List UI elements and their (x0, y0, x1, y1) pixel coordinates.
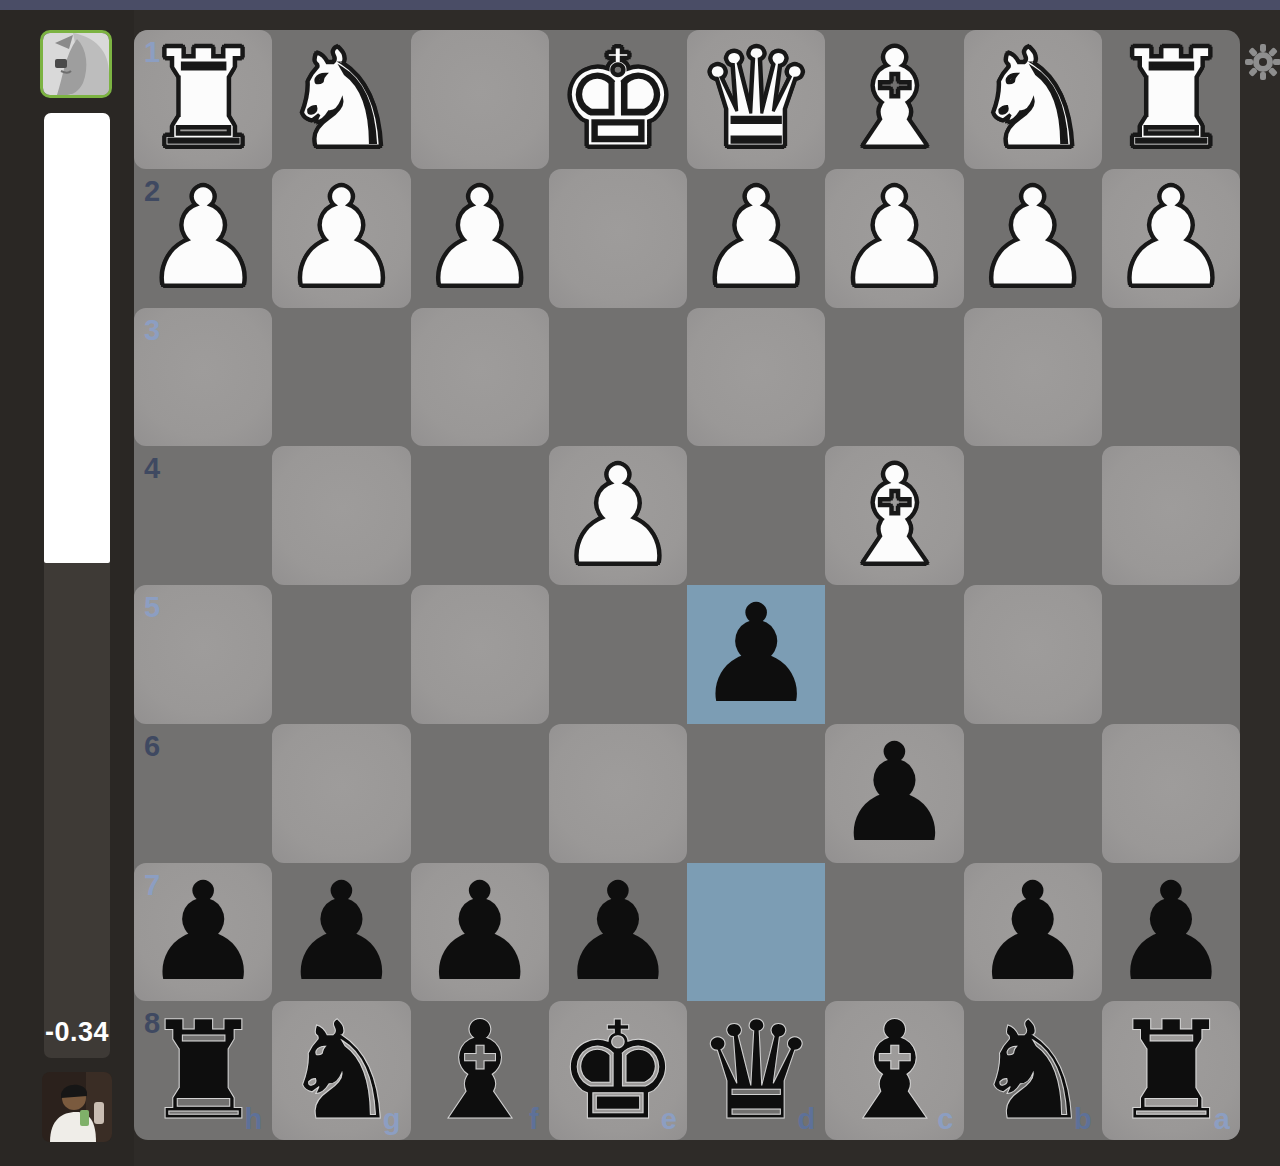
square-g4[interactable] (272, 446, 410, 585)
square-c6[interactable]: ♟ (825, 724, 963, 863)
square-b2[interactable]: ♟ (964, 169, 1102, 308)
square-d2[interactable]: ♟ (687, 169, 825, 308)
square-a4[interactable] (1102, 446, 1240, 585)
piece-black-pawn[interactable]: ♟ (825, 724, 963, 863)
evaluation-bar-white-fill (44, 113, 110, 563)
square-a8[interactable]: a♜ (1102, 1001, 1240, 1140)
piece-white-pawn[interactable]: ♟ (272, 169, 410, 308)
square-e2[interactable] (549, 169, 687, 308)
piece-white-pawn[interactable]: ♟ (687, 169, 825, 308)
square-d3[interactable] (687, 308, 825, 447)
square-d8[interactable]: d♛ (687, 1001, 825, 1140)
square-e4[interactable]: ♟ (549, 446, 687, 585)
square-f3[interactable] (411, 308, 549, 447)
square-e6[interactable] (549, 724, 687, 863)
square-h8[interactable]: 8h♜ (134, 1001, 272, 1140)
square-f4[interactable] (411, 446, 549, 585)
piece-white-bishop[interactable]: ♝ (825, 446, 963, 585)
square-f7[interactable]: ♟ (411, 863, 549, 1002)
chess-board: 1♜♞♚♛♝♞♜2♟♟♟♟♟♟♟34♟♝5♟6♟7♟♟♟♟♟♟8h♜g♞f♝e♚… (134, 30, 1240, 1140)
file-label-c: c (937, 1105, 953, 1134)
square-d7[interactable] (687, 863, 825, 1002)
sidebar: -0.34 (0, 10, 134, 1166)
rank-label-2: 2 (144, 177, 160, 206)
square-c8[interactable]: c♝ (825, 1001, 963, 1140)
square-g8[interactable]: g♞ (272, 1001, 410, 1140)
square-a5[interactable] (1102, 585, 1240, 724)
square-g5[interactable] (272, 585, 410, 724)
file-label-f: f (529, 1105, 539, 1134)
square-a2[interactable]: ♟ (1102, 169, 1240, 308)
square-h4[interactable]: 4 (134, 446, 272, 585)
square-e5[interactable] (549, 585, 687, 724)
piece-white-pawn[interactable]: ♟ (1102, 169, 1240, 308)
square-f2[interactable]: ♟ (411, 169, 549, 308)
square-f8[interactable]: f♝ (411, 1001, 549, 1140)
square-e7[interactable]: ♟ (549, 863, 687, 1002)
square-h3[interactable]: 3 (134, 308, 272, 447)
piece-white-pawn[interactable]: ♟ (825, 169, 963, 308)
square-a7[interactable]: ♟ (1102, 863, 1240, 1002)
square-b3[interactable] (964, 308, 1102, 447)
square-h2[interactable]: 2♟ (134, 169, 272, 308)
piece-black-pawn[interactable]: ♟ (549, 863, 687, 1002)
player-avatar[interactable] (42, 1072, 112, 1142)
square-d6[interactable] (687, 724, 825, 863)
square-b1[interactable]: ♞ (964, 30, 1102, 169)
square-e1[interactable]: ♚ (549, 30, 687, 169)
square-c4[interactable]: ♝ (825, 446, 963, 585)
rank-label-6: 6 (144, 732, 160, 761)
rank-label-8: 8 (144, 1009, 160, 1038)
rank-label-1: 1 (144, 38, 160, 67)
square-g3[interactable] (272, 308, 410, 447)
square-f6[interactable] (411, 724, 549, 863)
rank-label-3: 3 (144, 316, 160, 345)
square-a3[interactable] (1102, 308, 1240, 447)
square-h7[interactable]: 7♟ (134, 863, 272, 1002)
piece-black-bishop[interactable]: ♝ (411, 1001, 549, 1140)
square-b8[interactable]: b♞ (964, 1001, 1102, 1140)
piece-white-pawn[interactable]: ♟ (411, 169, 549, 308)
piece-black-pawn[interactable]: ♟ (272, 863, 410, 1002)
square-g1[interactable]: ♞ (272, 30, 410, 169)
square-c2[interactable]: ♟ (825, 169, 963, 308)
square-g7[interactable]: ♟ (272, 863, 410, 1002)
square-h6[interactable]: 6 (134, 724, 272, 863)
square-b7[interactable]: ♟ (964, 863, 1102, 1002)
square-f5[interactable] (411, 585, 549, 724)
square-d4[interactable] (687, 446, 825, 585)
color-selfie-avatar (42, 1072, 112, 1142)
evaluation-bar: -0.34 (44, 113, 110, 1058)
piece-white-bishop[interactable]: ♝ (825, 30, 963, 169)
piece-black-pawn[interactable]: ♟ (687, 585, 825, 724)
grayscale-portrait-avatar (43, 33, 109, 95)
square-g2[interactable]: ♟ (272, 169, 410, 308)
square-f1[interactable] (411, 30, 549, 169)
square-b4[interactable] (964, 446, 1102, 585)
file-label-h: h (245, 1105, 263, 1134)
file-label-e: e (661, 1105, 677, 1134)
piece-white-pawn[interactable]: ♟ (549, 446, 687, 585)
square-c1[interactable]: ♝ (825, 30, 963, 169)
square-d5[interactable]: ♟ (687, 585, 825, 724)
square-b6[interactable] (964, 724, 1102, 863)
square-g6[interactable] (272, 724, 410, 863)
rank-label-5: 5 (144, 593, 160, 622)
square-e8[interactable]: e♚ (549, 1001, 687, 1140)
file-label-a: a (1214, 1105, 1230, 1134)
square-a1[interactable]: ♜ (1102, 30, 1240, 169)
piece-white-knight[interactable]: ♞ (272, 30, 410, 169)
piece-black-pawn[interactable]: ♟ (1102, 863, 1240, 1002)
square-b5[interactable] (964, 585, 1102, 724)
square-h5[interactable]: 5 (134, 585, 272, 724)
piece-black-pawn[interactable]: ♟ (411, 863, 549, 1002)
piece-white-king[interactable]: ♚ (549, 30, 687, 169)
square-c3[interactable] (825, 308, 963, 447)
square-c7[interactable] (825, 863, 963, 1002)
piece-white-rook[interactable]: ♜ (1102, 30, 1240, 169)
file-label-b: b (1074, 1105, 1092, 1134)
square-c5[interactable] (825, 585, 963, 724)
piece-white-queen[interactable]: ♛ (687, 30, 825, 169)
piece-white-pawn[interactable]: ♟ (964, 169, 1102, 308)
file-label-g: g (383, 1105, 401, 1134)
opponent-avatar[interactable] (40, 30, 112, 98)
piece-black-pawn[interactable]: ♟ (964, 863, 1102, 1002)
square-d1[interactable]: ♛ (687, 30, 825, 169)
rank-label-7: 7 (144, 871, 160, 900)
piece-white-knight[interactable]: ♞ (964, 30, 1102, 169)
square-h1[interactable]: 1♜ (134, 30, 272, 169)
square-a6[interactable] (1102, 724, 1240, 863)
square-e3[interactable] (549, 308, 687, 447)
file-label-d: d (798, 1105, 816, 1134)
evaluation-score: -0.34 (44, 1006, 110, 1058)
rank-label-4: 4 (144, 454, 160, 483)
top-bar (0, 0, 1280, 10)
settings-gear-icon[interactable] (1245, 44, 1280, 80)
